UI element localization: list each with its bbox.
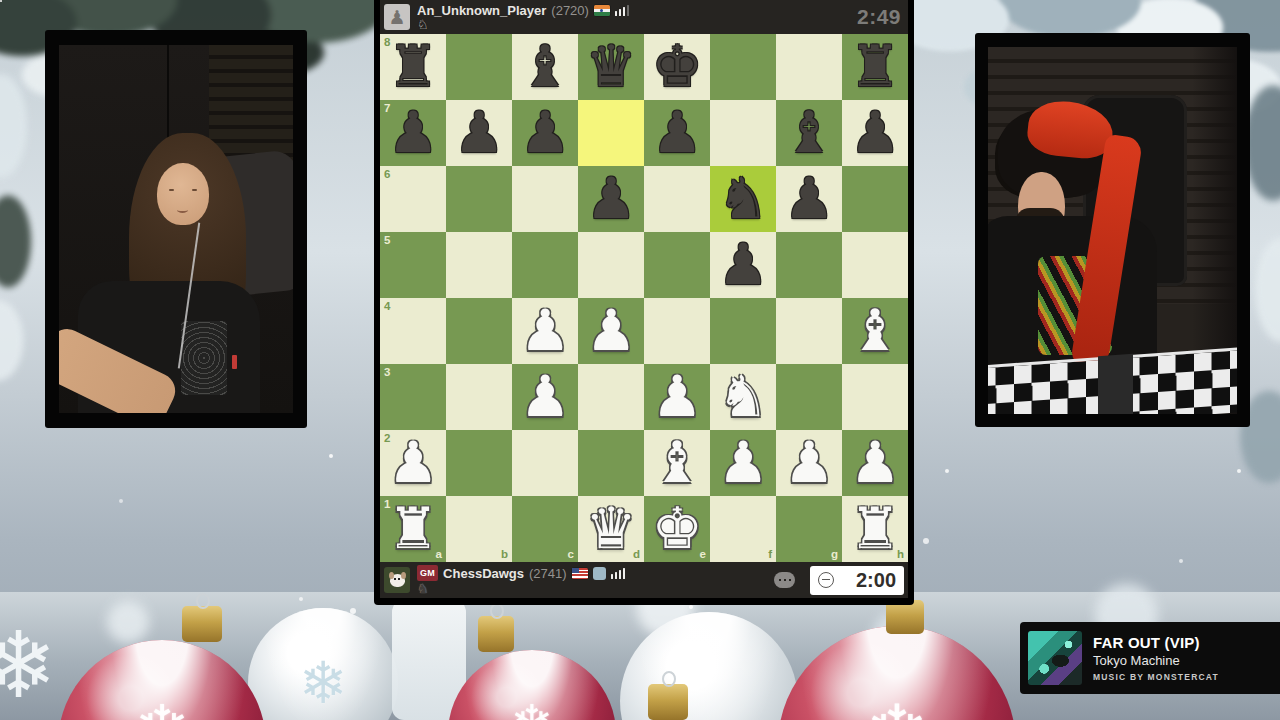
- piece-c8-black-bishop[interactable]: ♝: [512, 34, 578, 100]
- shirt-print: [181, 321, 228, 395]
- square-e7[interactable]: ♟: [644, 100, 710, 166]
- square-g2[interactable]: ♟: [776, 430, 842, 496]
- connection-bars-icon: [611, 568, 626, 579]
- avatar-top[interactable]: ♟: [384, 4, 410, 30]
- square-b3[interactable]: [446, 364, 512, 430]
- file-label-f: f: [768, 549, 772, 561]
- clock-white: 2:00: [810, 566, 904, 595]
- piece-g7-black-bishop[interactable]: ♝: [776, 100, 842, 166]
- square-a8[interactable]: 8♜: [380, 34, 446, 100]
- square-e6[interactable]: [644, 166, 710, 232]
- square-c8[interactable]: ♝: [512, 34, 578, 100]
- square-h7[interactable]: ♟: [842, 100, 908, 166]
- square-d8[interactable]: ♛: [578, 34, 644, 100]
- square-a2[interactable]: 2♟: [380, 430, 446, 496]
- square-a7[interactable]: 7♟: [380, 100, 446, 166]
- square-h2[interactable]: ♟: [842, 430, 908, 496]
- chess-panel: ♟ An_Unknown_Player (2720) ♘ 2:49 8♜♝♛♚♜…: [374, 0, 914, 605]
- ornament-cap-3: [648, 684, 688, 720]
- shirt-tag: [232, 355, 237, 369]
- player-name-bottom[interactable]: ChessDawgs: [443, 567, 524, 580]
- music-credit: MUSIC BY MONSTERCAT: [1093, 672, 1219, 682]
- file-label-g: g: [831, 549, 838, 561]
- gm-title-badge: GM: [417, 565, 438, 581]
- square-c3[interactable]: ♟: [512, 364, 578, 430]
- piece-g6-black-pawn[interactable]: ♟: [776, 166, 842, 232]
- piece-b7-black-pawn[interactable]: ♟: [446, 100, 512, 166]
- square-g1[interactable]: g: [776, 496, 842, 562]
- piece-a8-black-rook[interactable]: ♜: [380, 34, 446, 100]
- square-a3[interactable]: 3: [380, 364, 446, 430]
- square-d3[interactable]: [578, 364, 644, 430]
- square-g8[interactable]: [776, 34, 842, 100]
- piece-f5-black-pawn[interactable]: ♟: [710, 232, 776, 298]
- square-d5[interactable]: [578, 232, 644, 298]
- webcam-left: [45, 30, 307, 428]
- square-g6[interactable]: ♟: [776, 166, 842, 232]
- webcam-right: [975, 33, 1250, 427]
- piece-e1-white-king[interactable]: ♚: [644, 496, 710, 562]
- square-f8[interactable]: [710, 34, 776, 100]
- square-c7[interactable]: ♟: [512, 100, 578, 166]
- ornament-cap-2: [478, 616, 514, 652]
- piece-d4-white-pawn[interactable]: ♟: [578, 298, 644, 364]
- piece-h1-white-rook[interactable]: ♜: [842, 496, 908, 562]
- square-h3[interactable]: [842, 364, 908, 430]
- piece-a7-black-pawn[interactable]: ♟: [380, 100, 446, 166]
- square-f6[interactable]: ♞: [710, 166, 776, 232]
- usa-flag-icon: [572, 568, 588, 579]
- piece-e7-black-pawn[interactable]: ♟: [644, 100, 710, 166]
- square-b2[interactable]: [446, 430, 512, 496]
- clock-minus-icon[interactable]: [818, 572, 834, 588]
- square-e8[interactable]: ♚: [644, 34, 710, 100]
- avatar-bottom[interactable]: [384, 567, 410, 593]
- square-a5[interactable]: 5: [380, 232, 446, 298]
- square-b1[interactable]: b: [446, 496, 512, 562]
- ornament-cap-1: [182, 606, 222, 642]
- square-f3[interactable]: ♞: [710, 364, 776, 430]
- piece-d8-black-queen[interactable]: ♛: [578, 34, 644, 100]
- snowflake-decor-left: ❄: [0, 612, 57, 719]
- rank-label-4: 4: [384, 301, 390, 313]
- square-f5[interactable]: ♟: [710, 232, 776, 298]
- piece-h2-white-pawn[interactable]: ♟: [842, 430, 908, 496]
- piece-f6-black-knight[interactable]: ♞: [710, 166, 776, 232]
- square-d4[interactable]: ♟: [578, 298, 644, 364]
- rank-label-6: 6: [384, 169, 390, 181]
- piece-c3-white-pawn[interactable]: ♟: [512, 364, 578, 430]
- square-f4[interactable]: [710, 298, 776, 364]
- square-f7[interactable]: [710, 100, 776, 166]
- square-e4[interactable]: [644, 298, 710, 364]
- piece-h8-black-rook[interactable]: ♜: [842, 34, 908, 100]
- rank-label-5: 5: [384, 235, 390, 247]
- file-label-c: c: [568, 549, 574, 561]
- square-c2[interactable]: [512, 430, 578, 496]
- square-d7[interactable]: [578, 100, 644, 166]
- square-b5[interactable]: [446, 232, 512, 298]
- square-e5[interactable]: [644, 232, 710, 298]
- player-rating-top: (2720): [551, 4, 589, 17]
- piece-e8-black-king[interactable]: ♚: [644, 34, 710, 100]
- square-d2[interactable]: [578, 430, 644, 496]
- square-c4[interactable]: ♟: [512, 298, 578, 364]
- player-name-top[interactable]: An_Unknown_Player: [417, 4, 546, 17]
- square-a1[interactable]: 1a♜: [380, 496, 446, 562]
- album-art: [1028, 631, 1082, 685]
- square-a6[interactable]: 6: [380, 166, 446, 232]
- piece-g2-white-pawn[interactable]: ♟: [776, 430, 842, 496]
- streamer-face: [157, 163, 208, 226]
- frosted-branches-left-edge: [0, 60, 50, 390]
- square-e2[interactable]: ♝: [644, 430, 710, 496]
- player-bar-top: ♟ An_Unknown_Player (2720) ♘ 2:49: [380, 0, 908, 34]
- square-b7[interactable]: ♟: [446, 100, 512, 166]
- square-g7[interactable]: ♝: [776, 100, 842, 166]
- india-flag-icon: [594, 5, 610, 16]
- square-b6[interactable]: [446, 166, 512, 232]
- square-e1[interactable]: e♚: [644, 496, 710, 562]
- square-h1[interactable]: h♜: [842, 496, 908, 562]
- stream-scene: ❄ ❄ ❄ ❄ ❄: [0, 0, 1280, 720]
- song-title: FAR OUT (VIP): [1093, 634, 1219, 651]
- square-h5[interactable]: [842, 232, 908, 298]
- chess-board: 8♜♝♛♚♜7♟♟♟♟♝♟6♟♞♟5♟4♟♟♝3♟♟♞2♟♝♟♟♟1a♜bcd♛…: [380, 34, 908, 562]
- piece-c4-white-pawn[interactable]: ♟: [512, 298, 578, 364]
- square-g4[interactable]: [776, 298, 842, 364]
- ornament-cap-4: [886, 600, 924, 634]
- piece-f3-white-knight[interactable]: ♞: [710, 364, 776, 430]
- square-d6[interactable]: ♟: [578, 166, 644, 232]
- square-h6[interactable]: [842, 166, 908, 232]
- captured-pieces-top: ♘: [417, 18, 629, 31]
- square-b8[interactable]: [446, 34, 512, 100]
- square-b4[interactable]: [446, 298, 512, 364]
- club-badge-icon: [593, 567, 606, 580]
- music-overlay: FAR OUT (VIP) Tokyo Machine MUSIC BY MON…: [1020, 622, 1280, 694]
- connection-bars-icon: [615, 5, 630, 16]
- snow-sparkles: [0, 0, 2, 2]
- piece-f2-white-pawn[interactable]: ♟: [710, 430, 776, 496]
- square-d1[interactable]: d♛: [578, 496, 644, 562]
- chat-bubble-icon[interactable]: [774, 572, 795, 588]
- square-f2[interactable]: ♟: [710, 430, 776, 496]
- piece-h4-white-bishop[interactable]: ♝: [842, 298, 908, 364]
- player-rating-bottom: (2741): [529, 567, 567, 580]
- captured-pieces-bottom: ♞: [417, 582, 625, 595]
- square-f1[interactable]: f: [710, 496, 776, 562]
- piece-d6-black-pawn[interactable]: ♟: [578, 166, 644, 232]
- square-h4[interactable]: ♝: [842, 298, 908, 364]
- song-artist: Tokyo Machine: [1093, 653, 1219, 668]
- square-a4[interactable]: 4: [380, 298, 446, 364]
- player-bar-bottom: GM ChessDawgs (2741) ♞ 2:00: [380, 562, 908, 598]
- square-c6[interactable]: [512, 166, 578, 232]
- square-g3[interactable]: [776, 364, 842, 430]
- piece-a2-white-pawn[interactable]: ♟: [380, 430, 446, 496]
- piece-e2-white-bishop[interactable]: ♝: [644, 430, 710, 496]
- piece-h7-black-pawn[interactable]: ♟: [842, 100, 908, 166]
- square-h8[interactable]: ♜: [842, 34, 908, 100]
- square-g5[interactable]: [776, 232, 842, 298]
- piece-e3-white-pawn[interactable]: ♟: [644, 364, 710, 430]
- piece-d1-white-queen[interactable]: ♛: [578, 496, 644, 562]
- piece-c7-black-pawn[interactable]: ♟: [512, 100, 578, 166]
- square-e3[interactable]: ♟: [644, 364, 710, 430]
- piece-a1-white-rook[interactable]: ♜: [380, 496, 446, 562]
- square-c1[interactable]: c: [512, 496, 578, 562]
- rank-label-3: 3: [384, 367, 390, 379]
- square-c5[interactable]: [512, 232, 578, 298]
- clock-black: 2:49: [857, 5, 904, 29]
- file-label-b: b: [501, 549, 508, 561]
